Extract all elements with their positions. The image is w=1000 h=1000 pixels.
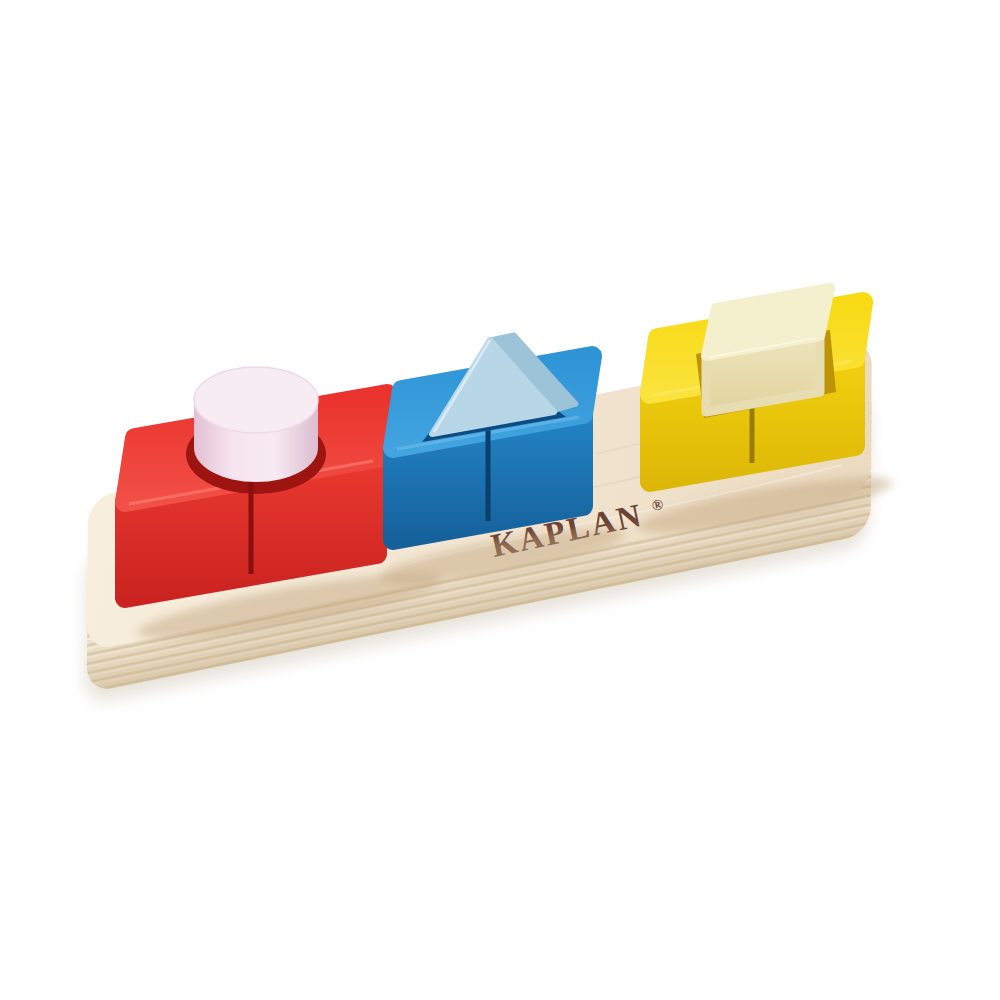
shape-sorter-scene: KAPLAN ® xyxy=(0,0,1000,1000)
station-yellow-square xyxy=(650,288,863,482)
pink-cylinder-insert xyxy=(194,367,318,482)
cream-square-insert xyxy=(706,288,830,412)
station-red-circle xyxy=(125,367,387,598)
product-photo: KAPLAN ® xyxy=(0,0,1000,1000)
station-blue-triangle xyxy=(393,335,592,540)
